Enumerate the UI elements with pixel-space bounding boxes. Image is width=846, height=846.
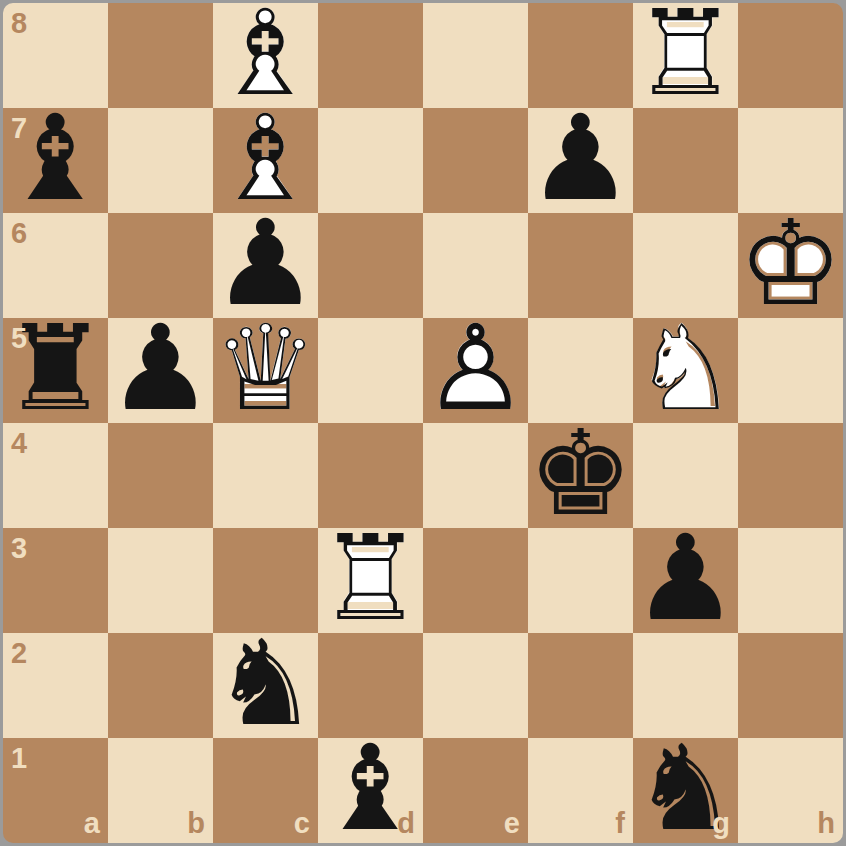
queen-glyph-fill: ♛ <box>213 315 318 420</box>
square-g2[interactable] <box>633 633 738 738</box>
square-b6[interactable] <box>108 213 213 318</box>
square-e1[interactable]: e <box>423 738 528 843</box>
square-g4[interactable] <box>633 423 738 528</box>
square-h4[interactable] <box>738 423 843 528</box>
square-d1[interactable]: d♝ <box>318 738 423 843</box>
square-b3[interactable] <box>108 528 213 633</box>
knight-glyph: ♞ <box>213 630 318 735</box>
square-c7[interactable]: ♝♗ <box>213 108 318 213</box>
square-h5[interactable] <box>738 318 843 423</box>
square-a1[interactable]: 1a <box>3 738 108 843</box>
king-glyph-fill: ♚ <box>738 210 843 315</box>
black-pawn[interactable]: ♟ <box>213 213 318 318</box>
knight-glyph-fill: ♞ <box>633 315 738 420</box>
pawn-glyph: ♟ <box>633 525 738 630</box>
bishop-glyph-fill: ♝ <box>213 3 318 105</box>
square-e2[interactable] <box>423 633 528 738</box>
square-g6[interactable] <box>633 213 738 318</box>
square-c4[interactable] <box>213 423 318 528</box>
rook-glyph-outline: ♖ <box>633 3 738 105</box>
square-a3[interactable]: 3 <box>3 528 108 633</box>
pawn-glyph: ♟ <box>213 210 318 315</box>
rank-label-6: 6 <box>11 219 27 248</box>
white-bishop[interactable]: ♝♗ <box>213 3 318 108</box>
square-d3[interactable]: ♜♖ <box>318 528 423 633</box>
square-d7[interactable] <box>318 108 423 213</box>
square-c8[interactable]: ♝♗ <box>213 3 318 108</box>
square-f8[interactable] <box>528 3 633 108</box>
rook-glyph-outline: ♖ <box>318 525 423 630</box>
chess-board: 8♝♗♜♖7♝♝♗♟6♟♚♔5♜♟♛♕♟♙♞♘4♚3♜♖♟2♞1abcd♝efg… <box>3 3 843 843</box>
square-h7[interactable] <box>738 108 843 213</box>
square-b8[interactable] <box>108 3 213 108</box>
square-e4[interactable] <box>423 423 528 528</box>
file-label-d: d <box>397 809 415 838</box>
pawn-glyph: ♟ <box>108 315 213 420</box>
square-e5[interactable]: ♟♙ <box>423 318 528 423</box>
white-queen[interactable]: ♛♕ <box>213 318 318 423</box>
square-e7[interactable] <box>423 108 528 213</box>
board-background: 8♝♗♜♖7♝♝♗♟6♟♚♔5♜♟♛♕♟♙♞♘4♚3♜♖♟2♞1abcd♝efg… <box>0 0 846 846</box>
rank-label-5: 5 <box>11 324 27 353</box>
rank-label-3: 3 <box>11 534 27 563</box>
square-d8[interactable] <box>318 3 423 108</box>
white-rook[interactable]: ♜♖ <box>633 3 738 108</box>
square-b7[interactable] <box>108 108 213 213</box>
white-king[interactable]: ♚♔ <box>738 213 843 318</box>
king-glyph-outline: ♔ <box>738 210 843 315</box>
black-knight[interactable]: ♞ <box>213 633 318 738</box>
bishop-glyph-outline: ♗ <box>213 3 318 105</box>
square-h8[interactable] <box>738 3 843 108</box>
file-label-b: b <box>187 809 205 838</box>
queen-glyph-outline: ♕ <box>213 315 318 420</box>
square-b4[interactable] <box>108 423 213 528</box>
pawn-glyph: ♟ <box>528 105 633 210</box>
rook-glyph-fill: ♜ <box>318 525 423 630</box>
square-f4[interactable]: ♚ <box>528 423 633 528</box>
rank-label-4: 4 <box>11 429 27 458</box>
square-f3[interactable] <box>528 528 633 633</box>
square-h6[interactable]: ♚♔ <box>738 213 843 318</box>
white-bishop[interactable]: ♝♗ <box>213 108 318 213</box>
black-king[interactable]: ♚ <box>528 423 633 528</box>
rank-label-8: 8 <box>11 9 27 38</box>
square-b5[interactable]: ♟ <box>108 318 213 423</box>
square-c3[interactable] <box>213 528 318 633</box>
square-c6[interactable]: ♟ <box>213 213 318 318</box>
pawn-glyph-outline: ♙ <box>423 315 528 420</box>
square-c2[interactable]: ♞ <box>213 633 318 738</box>
black-pawn[interactable]: ♟ <box>633 528 738 633</box>
knight-glyph-outline: ♘ <box>633 315 738 420</box>
square-d5[interactable] <box>318 318 423 423</box>
square-e3[interactable] <box>423 528 528 633</box>
rank-label-7: 7 <box>11 114 27 143</box>
square-c5[interactable]: ♛♕ <box>213 318 318 423</box>
square-e8[interactable] <box>423 3 528 108</box>
file-label-a: a <box>84 809 100 838</box>
square-e6[interactable] <box>423 213 528 318</box>
square-f2[interactable] <box>528 633 633 738</box>
square-h1[interactable]: h <box>738 738 843 843</box>
white-rook[interactable]: ♜♖ <box>318 528 423 633</box>
square-f1[interactable]: f <box>528 738 633 843</box>
file-label-h: h <box>817 809 835 838</box>
square-h2[interactable] <box>738 633 843 738</box>
file-label-f: f <box>615 809 625 838</box>
white-pawn[interactable]: ♟♙ <box>423 318 528 423</box>
square-g8[interactable]: ♜♖ <box>633 3 738 108</box>
square-d2[interactable] <box>318 633 423 738</box>
square-c1[interactable]: c <box>213 738 318 843</box>
square-a7[interactable]: 7♝ <box>3 108 108 213</box>
king-glyph: ♚ <box>528 420 633 525</box>
rank-label-1: 1 <box>11 744 27 773</box>
rook-glyph-fill: ♜ <box>633 3 738 105</box>
square-h3[interactable] <box>738 528 843 633</box>
square-g5[interactable]: ♞♘ <box>633 318 738 423</box>
square-d4[interactable] <box>318 423 423 528</box>
black-pawn[interactable]: ♟ <box>528 108 633 213</box>
square-f6[interactable] <box>528 213 633 318</box>
rank-label-2: 2 <box>11 639 27 668</box>
square-a6[interactable]: 6 <box>3 213 108 318</box>
file-label-g: g <box>712 809 730 838</box>
square-a2[interactable]: 2 <box>3 633 108 738</box>
white-knight[interactable]: ♞♘ <box>633 318 738 423</box>
square-b2[interactable] <box>108 633 213 738</box>
pawn-glyph-fill: ♟ <box>423 315 528 420</box>
file-label-c: c <box>294 809 310 838</box>
square-g3[interactable]: ♟ <box>633 528 738 633</box>
file-label-e: e <box>504 809 520 838</box>
square-b1[interactable]: b <box>108 738 213 843</box>
bishop-glyph-outline: ♗ <box>213 105 318 210</box>
square-a5[interactable]: 5♜ <box>3 318 108 423</box>
square-a4[interactable]: 4 <box>3 423 108 528</box>
square-d6[interactable] <box>318 213 423 318</box>
square-f5[interactable] <box>528 318 633 423</box>
black-pawn[interactable]: ♟ <box>108 318 213 423</box>
square-g1[interactable]: g♞ <box>633 738 738 843</box>
square-a8[interactable]: 8 <box>3 3 108 108</box>
square-g7[interactable] <box>633 108 738 213</box>
square-f7[interactable]: ♟ <box>528 108 633 213</box>
bishop-glyph-fill: ♝ <box>213 105 318 210</box>
